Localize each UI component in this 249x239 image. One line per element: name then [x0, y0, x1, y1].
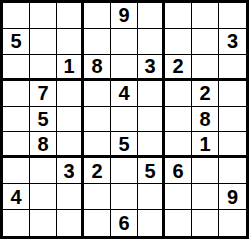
cell-r2c4[interactable]: [84, 29, 111, 55]
cell-r2c8[interactable]: [192, 29, 219, 55]
cell-r5c7[interactable]: [165, 107, 192, 133]
cell-r5c4[interactable]: [84, 107, 111, 133]
cell-r8c6[interactable]: [138, 184, 165, 210]
cell-r9c4[interactable]: [84, 210, 111, 236]
cell-r1c1[interactable]: [3, 3, 30, 29]
cell-r4c8[interactable]: 2: [192, 81, 219, 107]
cell-r5c3[interactable]: [57, 107, 84, 133]
cell-r4c3[interactable]: [57, 81, 84, 107]
cell-r3c5[interactable]: [111, 55, 138, 81]
cell-r4c6[interactable]: [138, 81, 165, 107]
cell-r9c8[interactable]: [192, 210, 219, 236]
cell-r9c6[interactable]: [138, 210, 165, 236]
cell-r2c7[interactable]: [165, 29, 192, 55]
cell-r1c9[interactable]: [219, 3, 246, 29]
cell-r1c8[interactable]: [192, 3, 219, 29]
cell-r8c5[interactable]: [111, 184, 138, 210]
cell-r1c7[interactable]: [165, 3, 192, 29]
cell-r6c5[interactable]: 5: [111, 132, 138, 158]
cell-r9c9[interactable]: [219, 210, 246, 236]
cell-r3c9[interactable]: [219, 55, 246, 81]
cell-r9c2[interactable]: [30, 210, 57, 236]
cell-r6c3[interactable]: [57, 132, 84, 158]
cell-r6c2[interactable]: 8: [30, 132, 57, 158]
cell-r3c7[interactable]: 2: [165, 55, 192, 81]
cell-r7c8[interactable]: [192, 158, 219, 184]
cell-r7c1[interactable]: [3, 158, 30, 184]
cell-r7c9[interactable]: [219, 158, 246, 184]
cell-r3c3[interactable]: 1: [57, 55, 84, 81]
cell-r1c5[interactable]: 9: [111, 3, 138, 29]
cell-r8c3[interactable]: [57, 184, 84, 210]
cell-r8c8[interactable]: [192, 184, 219, 210]
cell-r8c9[interactable]: 9: [219, 184, 246, 210]
cell-r7c6[interactable]: 5: [138, 158, 165, 184]
cell-r5c2[interactable]: 5: [30, 107, 57, 133]
cell-r2c3[interactable]: [57, 29, 84, 55]
cell-r8c4[interactable]: [84, 184, 111, 210]
cell-r1c2[interactable]: [30, 3, 57, 29]
cell-r2c6[interactable]: [138, 29, 165, 55]
cell-r9c5[interactable]: 6: [111, 210, 138, 236]
cell-r5c9[interactable]: [219, 107, 246, 133]
cell-r4c4[interactable]: [84, 81, 111, 107]
cell-r8c1[interactable]: 4: [3, 184, 30, 210]
cell-r7c4[interactable]: 2: [84, 158, 111, 184]
cell-r9c1[interactable]: [3, 210, 30, 236]
cell-r2c1[interactable]: 5: [3, 29, 30, 55]
cell-r6c4[interactable]: [84, 132, 111, 158]
cell-r4c1[interactable]: [3, 81, 30, 107]
cell-r6c1[interactable]: [3, 132, 30, 158]
cell-r2c9[interactable]: 3: [219, 29, 246, 55]
cell-r8c2[interactable]: [30, 184, 57, 210]
cell-r3c6[interactable]: 3: [138, 55, 165, 81]
cell-r9c7[interactable]: [165, 210, 192, 236]
cell-r1c3[interactable]: [57, 3, 84, 29]
cell-r1c6[interactable]: [138, 3, 165, 29]
sudoku-puzzle: 9 5 3 1 8 3 2 7 4 2 5: [0, 0, 249, 239]
cell-r6c8[interactable]: 1: [192, 132, 219, 158]
cell-r4c5[interactable]: 4: [111, 81, 138, 107]
cell-r5c1[interactable]: [3, 107, 30, 133]
cell-r7c2[interactable]: [30, 158, 57, 184]
cell-r7c7[interactable]: 6: [165, 158, 192, 184]
cell-r3c4[interactable]: 8: [84, 55, 111, 81]
cell-r5c8[interactable]: 8: [192, 107, 219, 133]
cell-r6c6[interactable]: [138, 132, 165, 158]
cell-r2c2[interactable]: [30, 29, 57, 55]
cell-r6c7[interactable]: [165, 132, 192, 158]
cell-r8c7[interactable]: [165, 184, 192, 210]
cell-r3c2[interactable]: [30, 55, 57, 81]
cell-r7c5[interactable]: [111, 158, 138, 184]
cell-r1c4[interactable]: [84, 3, 111, 29]
cell-r2c5[interactable]: [111, 29, 138, 55]
cell-r5c6[interactable]: [138, 107, 165, 133]
cell-r6c9[interactable]: [219, 132, 246, 158]
cell-r4c2[interactable]: 7: [30, 81, 57, 107]
cell-r3c8[interactable]: [192, 55, 219, 81]
cell-r4c9[interactable]: [219, 81, 246, 107]
cell-r3c1[interactable]: [3, 55, 30, 81]
sudoku-grid: 9 5 3 1 8 3 2 7 4 2 5: [0, 0, 249, 239]
cell-r5c5[interactable]: [111, 107, 138, 133]
cell-r7c3[interactable]: 3: [57, 158, 84, 184]
cell-r4c7[interactable]: [165, 81, 192, 107]
cell-r9c3[interactable]: [57, 210, 84, 236]
